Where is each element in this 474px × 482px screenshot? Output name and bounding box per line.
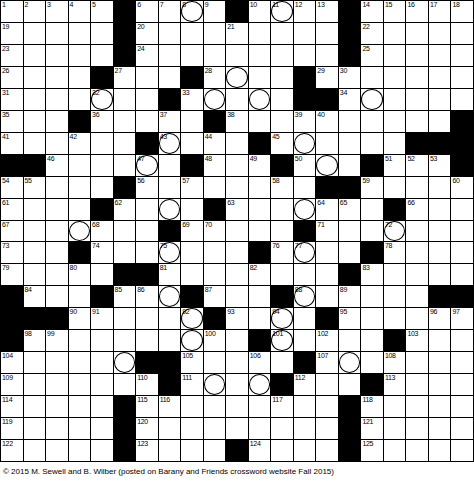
cell-r9c9[interactable]: 57 xyxy=(181,177,203,198)
cell-r6c12[interactable] xyxy=(249,111,271,132)
cell-r2c18[interactable] xyxy=(384,23,406,44)
cell-r20c20[interactable] xyxy=(429,418,451,439)
cell-r1c15[interactable]: 13 xyxy=(316,1,338,22)
cell-r10c3[interactable] xyxy=(46,199,68,220)
cell-r3c21[interactable] xyxy=(451,45,473,66)
cell-r10c11[interactable]: 63 xyxy=(226,199,248,220)
cell-r6c14[interactable]: 39 xyxy=(294,111,316,132)
cell-r9c7[interactable]: 56 xyxy=(136,177,158,198)
cell-r19c4[interactable] xyxy=(69,396,91,417)
cell-r14c12[interactable] xyxy=(249,286,271,307)
cell-r16c4[interactable] xyxy=(69,330,91,351)
cell-r4c21[interactable] xyxy=(451,67,473,88)
cell-r9c10[interactable] xyxy=(204,177,226,198)
cell-r13c11[interactable] xyxy=(226,264,248,285)
cell-r15c13[interactable]: 94 xyxy=(271,308,293,329)
cell-r6c8[interactable]: 37 xyxy=(159,111,181,132)
cell-r9c20[interactable] xyxy=(429,177,451,198)
cell-r11c19[interactable] xyxy=(406,221,428,242)
cell-r1c9[interactable]: 8 xyxy=(181,1,203,22)
cell-r11c5[interactable]: 68 xyxy=(91,221,113,242)
cell-r9c2[interactable]: 55 xyxy=(24,177,46,198)
cell-r7c14[interactable] xyxy=(294,133,316,154)
cell-r20c5[interactable] xyxy=(91,418,113,439)
cell-r19c21[interactable] xyxy=(451,396,473,417)
cell-r1c17[interactable]: 14 xyxy=(361,1,383,22)
cell-r10c7[interactable] xyxy=(136,199,158,220)
cell-r12c7[interactable] xyxy=(136,242,158,263)
cell-r5c5[interactable]: 32 xyxy=(91,89,113,110)
cell-r19c15[interactable] xyxy=(316,396,338,417)
cell-r2c2[interactable] xyxy=(24,23,46,44)
cell-r18c21[interactable] xyxy=(451,374,473,395)
cell-r7c6[interactable] xyxy=(114,133,136,154)
cell-r12c14[interactable]: 77 xyxy=(294,242,316,263)
cell-r17c4[interactable] xyxy=(69,352,91,373)
cell-r2c4[interactable] xyxy=(69,23,91,44)
cell-r16c15[interactable]: 102 xyxy=(316,330,338,351)
cell-r13c10[interactable] xyxy=(204,264,226,285)
cell-r21c2[interactable] xyxy=(24,440,46,461)
cell-r8c11[interactable] xyxy=(226,155,248,176)
cell-r20c7[interactable]: 120 xyxy=(136,418,158,439)
cell-r3c13[interactable] xyxy=(271,45,293,66)
cell-r19c20[interactable] xyxy=(429,396,451,417)
cell-r3c2[interactable] xyxy=(24,45,46,66)
cell-r6c18[interactable] xyxy=(384,111,406,132)
cell-r17c16[interactable] xyxy=(339,352,361,373)
cell-r10c16[interactable]: 65 xyxy=(339,199,361,220)
cell-r2c10[interactable] xyxy=(204,23,226,44)
cell-r21c3[interactable] xyxy=(46,440,68,461)
cell-r8c8[interactable] xyxy=(159,155,181,176)
cell-r13c14[interactable] xyxy=(294,264,316,285)
cell-r4c12[interactable] xyxy=(249,67,271,88)
cell-r12c13[interactable]: 76 xyxy=(271,242,293,263)
cell-r21c13[interactable] xyxy=(271,440,293,461)
cell-r17c3[interactable] xyxy=(46,352,68,373)
cell-r2c13[interactable] xyxy=(271,23,293,44)
cell-r6c6[interactable] xyxy=(114,111,136,132)
cell-r6c16[interactable] xyxy=(339,111,361,132)
cell-r5c21[interactable] xyxy=(451,89,473,110)
cell-r5c16[interactable]: 34 xyxy=(339,89,361,110)
cell-r16c5[interactable] xyxy=(91,330,113,351)
cell-r13c1[interactable]: 79 xyxy=(1,264,23,285)
cell-r21c17[interactable]: 125 xyxy=(361,440,383,461)
cell-r21c19[interactable] xyxy=(406,440,428,461)
cell-r14c7[interactable]: 86 xyxy=(136,286,158,307)
cell-r19c13[interactable]: 117 xyxy=(271,396,293,417)
cell-r16c13[interactable]: 101 xyxy=(271,330,293,351)
cell-r12c16[interactable] xyxy=(339,242,361,263)
cell-r10c1[interactable]: 61 xyxy=(1,199,23,220)
cell-r5c6[interactable] xyxy=(114,89,136,110)
cell-r3c12[interactable] xyxy=(249,45,271,66)
cell-r19c3[interactable] xyxy=(46,396,68,417)
cell-r4c7[interactable] xyxy=(136,67,158,88)
cell-r5c12[interactable] xyxy=(249,89,271,110)
cell-r11c7[interactable] xyxy=(136,221,158,242)
cell-r9c19[interactable] xyxy=(406,177,428,198)
cell-r17c18[interactable]: 108 xyxy=(384,352,406,373)
cell-r2c7[interactable]: 20 xyxy=(136,23,158,44)
cell-r8c6[interactable] xyxy=(114,155,136,176)
cell-r20c19[interactable] xyxy=(406,418,428,439)
cell-r12c18[interactable]: 78 xyxy=(384,242,406,263)
cell-r18c12[interactable] xyxy=(249,374,271,395)
cell-r17c21[interactable] xyxy=(451,352,473,373)
cell-r20c8[interactable] xyxy=(159,418,181,439)
cell-r15c19[interactable] xyxy=(406,308,428,329)
cell-r5c18[interactable] xyxy=(384,89,406,110)
cell-r21c7[interactable]: 123 xyxy=(136,440,158,461)
cell-r11c9[interactable]: 69 xyxy=(181,221,203,242)
cell-r20c4[interactable] xyxy=(69,418,91,439)
cell-r10c20[interactable] xyxy=(429,199,451,220)
cell-r6c3[interactable] xyxy=(46,111,68,132)
cell-r13c19[interactable] xyxy=(406,264,428,285)
cell-r7c4[interactable]: 42 xyxy=(69,133,91,154)
cell-r18c14[interactable]: 112 xyxy=(294,374,316,395)
cell-r20c9[interactable] xyxy=(181,418,203,439)
cell-r9c4[interactable] xyxy=(69,177,91,198)
cell-r18c6[interactable] xyxy=(114,374,136,395)
cell-r1c1[interactable]: 1 xyxy=(1,1,23,22)
cell-r11c12[interactable] xyxy=(249,221,271,242)
cell-r9c13[interactable]: 58 xyxy=(271,177,293,198)
cell-r12c8[interactable]: 75 xyxy=(159,242,181,263)
cell-r9c17[interactable]: 59 xyxy=(361,177,383,198)
cell-r3c5[interactable] xyxy=(91,45,113,66)
cell-r18c4[interactable] xyxy=(69,374,91,395)
cell-r16c17[interactable] xyxy=(361,330,383,351)
cell-r6c13[interactable] xyxy=(271,111,293,132)
cell-r9c12[interactable] xyxy=(249,177,271,198)
cell-r1c14[interactable]: 12 xyxy=(294,1,316,22)
cell-r20c21[interactable] xyxy=(451,418,473,439)
cell-r4c8[interactable] xyxy=(159,67,181,88)
cell-r21c8[interactable] xyxy=(159,440,181,461)
cell-r8c3[interactable]: 46 xyxy=(46,155,68,176)
cell-r21c14[interactable] xyxy=(294,440,316,461)
cell-r14c2[interactable]: 84 xyxy=(24,286,46,307)
cell-r2c12[interactable] xyxy=(249,23,271,44)
cell-r6c19[interactable] xyxy=(406,111,428,132)
cell-r3c15[interactable] xyxy=(316,45,338,66)
cell-r2c3[interactable] xyxy=(46,23,68,44)
cell-r14c15[interactable] xyxy=(316,286,338,307)
cell-r1c20[interactable]: 17 xyxy=(429,1,451,22)
cell-r20c11[interactable] xyxy=(226,418,248,439)
cell-r7c10[interactable]: 44 xyxy=(204,133,226,154)
cell-r8c10[interactable]: 48 xyxy=(204,155,226,176)
cell-r13c5[interactable] xyxy=(91,264,113,285)
cell-r17c20[interactable] xyxy=(429,352,451,373)
cell-r13c20[interactable] xyxy=(429,264,451,285)
cell-r21c12[interactable]: 124 xyxy=(249,440,271,461)
cell-r11c21[interactable] xyxy=(451,221,473,242)
cell-r8c12[interactable]: 49 xyxy=(249,155,271,176)
cell-r21c15[interactable] xyxy=(316,440,338,461)
cell-r4c18[interactable] xyxy=(384,67,406,88)
cell-r2c21[interactable] xyxy=(451,23,473,44)
cell-r18c3[interactable] xyxy=(46,374,68,395)
cell-r14c19[interactable] xyxy=(406,286,428,307)
cell-r19c7[interactable]: 115 xyxy=(136,396,158,417)
cell-r14c3[interactable] xyxy=(46,286,68,307)
cell-r5c4[interactable] xyxy=(69,89,91,110)
cell-r4c11[interactable] xyxy=(226,67,248,88)
cell-r6c11[interactable]: 38 xyxy=(226,111,248,132)
cell-r15c4[interactable]: 90 xyxy=(69,308,91,329)
cell-r10c15[interactable]: 64 xyxy=(316,199,338,220)
cell-r12c19[interactable] xyxy=(406,242,428,263)
cell-r16c20[interactable] xyxy=(429,330,451,351)
cell-r2c17[interactable]: 22 xyxy=(361,23,383,44)
cell-r2c8[interactable] xyxy=(159,23,181,44)
cell-r6c15[interactable]: 40 xyxy=(316,111,338,132)
cell-r17c19[interactable] xyxy=(406,352,428,373)
cell-r9c8[interactable] xyxy=(159,177,181,198)
cell-r14c8[interactable] xyxy=(159,286,181,307)
cell-r16c3[interactable]: 99 xyxy=(46,330,68,351)
cell-r13c18[interactable] xyxy=(384,264,406,285)
cell-r12c5[interactable]: 74 xyxy=(91,242,113,263)
cell-r4c13[interactable] xyxy=(271,67,293,88)
cell-r13c3[interactable] xyxy=(46,264,68,285)
cell-r4c4[interactable] xyxy=(69,67,91,88)
cell-r18c5[interactable] xyxy=(91,374,113,395)
cell-r18c7[interactable]: 110 xyxy=(136,374,158,395)
cell-r10c12[interactable] xyxy=(249,199,271,220)
cell-r10c17[interactable] xyxy=(361,199,383,220)
cell-r11c17[interactable] xyxy=(361,221,383,242)
cell-r20c2[interactable] xyxy=(24,418,46,439)
cell-r3c18[interactable] xyxy=(384,45,406,66)
cell-r20c13[interactable] xyxy=(271,418,293,439)
cell-r12c20[interactable] xyxy=(429,242,451,263)
cell-r17c15[interactable]: 107 xyxy=(316,352,338,373)
cell-r21c1[interactable]: 122 xyxy=(1,440,23,461)
cell-r7c1[interactable]: 41 xyxy=(1,133,23,154)
cell-r7c18[interactable] xyxy=(384,133,406,154)
cell-r5c3[interactable] xyxy=(46,89,68,110)
cell-r10c13[interactable] xyxy=(271,199,293,220)
cell-r9c1[interactable]: 54 xyxy=(1,177,23,198)
cell-r15c21[interactable]: 97 xyxy=(451,308,473,329)
cell-r20c3[interactable] xyxy=(46,418,68,439)
cell-r1c7[interactable]: 6 xyxy=(136,1,158,22)
cell-r15c9[interactable]: 92 xyxy=(181,308,203,329)
cell-r8c14[interactable]: 50 xyxy=(294,155,316,176)
cell-r13c12[interactable]: 82 xyxy=(249,264,271,285)
cell-r2c14[interactable] xyxy=(294,23,316,44)
cell-r11c15[interactable]: 71 xyxy=(316,221,338,242)
cell-r11c11[interactable] xyxy=(226,221,248,242)
cell-r3c20[interactable] xyxy=(429,45,451,66)
cell-r11c2[interactable] xyxy=(24,221,46,242)
cell-r16c14[interactable] xyxy=(294,330,316,351)
cell-r19c19[interactable] xyxy=(406,396,428,417)
cell-r1c4[interactable]: 4 xyxy=(69,1,91,22)
cell-r17c5[interactable] xyxy=(91,352,113,373)
cell-r11c1[interactable]: 67 xyxy=(1,221,23,242)
cell-r17c11[interactable] xyxy=(226,352,248,373)
cell-r9c5[interactable] xyxy=(91,177,113,198)
cell-r4c15[interactable]: 29 xyxy=(316,67,338,88)
cell-r19c5[interactable] xyxy=(91,396,113,417)
cell-r4c19[interactable] xyxy=(406,67,428,88)
cell-r17c12[interactable]: 106 xyxy=(249,352,271,373)
cell-r16c2[interactable]: 98 xyxy=(24,330,46,351)
cell-r9c18[interactable] xyxy=(384,177,406,198)
cell-r7c15[interactable] xyxy=(316,133,338,154)
cell-r3c19[interactable] xyxy=(406,45,428,66)
cell-r14c14[interactable]: 88 xyxy=(294,286,316,307)
cell-r9c11[interactable] xyxy=(226,177,248,198)
cell-r7c9[interactable] xyxy=(181,133,203,154)
cell-r2c15[interactable] xyxy=(316,23,338,44)
cell-r18c20[interactable] xyxy=(429,374,451,395)
cell-r2c19[interactable] xyxy=(406,23,428,44)
cell-r11c20[interactable] xyxy=(429,221,451,242)
cell-r21c20[interactable] xyxy=(429,440,451,461)
cell-r2c5[interactable] xyxy=(91,23,113,44)
cell-r3c7[interactable]: 24 xyxy=(136,45,158,66)
cell-r14c18[interactable] xyxy=(384,286,406,307)
cell-r13c17[interactable]: 83 xyxy=(361,264,383,285)
cell-r12c2[interactable] xyxy=(24,242,46,263)
cell-r18c9[interactable]: 111 xyxy=(181,374,203,395)
cell-r20c10[interactable] xyxy=(204,418,226,439)
cell-r1c19[interactable]: 16 xyxy=(406,1,428,22)
cell-r16c6[interactable] xyxy=(114,330,136,351)
cell-r13c4[interactable]: 80 xyxy=(69,264,91,285)
cell-r7c3[interactable] xyxy=(46,133,68,154)
cell-r20c15[interactable] xyxy=(316,418,338,439)
cell-r8c5[interactable] xyxy=(91,155,113,176)
cell-r9c3[interactable] xyxy=(46,177,68,198)
cell-r5c7[interactable] xyxy=(136,89,158,110)
cell-r3c4[interactable] xyxy=(69,45,91,66)
cell-r7c11[interactable] xyxy=(226,133,248,154)
cell-r4c2[interactable] xyxy=(24,67,46,88)
cell-r15c8[interactable] xyxy=(159,308,181,329)
cell-r18c11[interactable] xyxy=(226,374,248,395)
cell-r19c12[interactable] xyxy=(249,396,271,417)
cell-r16c10[interactable]: 100 xyxy=(204,330,226,351)
cell-r1c3[interactable]: 3 xyxy=(46,1,68,22)
cell-r16c8[interactable] xyxy=(159,330,181,351)
cell-r5c10[interactable] xyxy=(204,89,226,110)
cell-r21c18[interactable] xyxy=(384,440,406,461)
cell-r10c21[interactable] xyxy=(451,199,473,220)
cell-r17c13[interactable] xyxy=(271,352,293,373)
cell-r5c20[interactable] xyxy=(429,89,451,110)
cell-r15c5[interactable]: 91 xyxy=(91,308,113,329)
cell-r6c1[interactable]: 35 xyxy=(1,111,23,132)
cell-r4c3[interactable] xyxy=(46,67,68,88)
cell-r15c20[interactable]: 96 xyxy=(429,308,451,329)
cell-r12c6[interactable] xyxy=(114,242,136,263)
cell-r16c21[interactable] xyxy=(451,330,473,351)
cell-r17c10[interactable] xyxy=(204,352,226,373)
cell-r4c1[interactable]: 26 xyxy=(1,67,23,88)
cell-r7c13[interactable]: 45 xyxy=(271,133,293,154)
cell-r3c8[interactable] xyxy=(159,45,181,66)
cell-r2c1[interactable]: 19 xyxy=(1,23,23,44)
cell-r1c2[interactable]: 2 xyxy=(24,1,46,22)
cell-r9c21[interactable]: 60 xyxy=(451,177,473,198)
cell-r18c15[interactable] xyxy=(316,374,338,395)
cell-r20c1[interactable]: 119 xyxy=(1,418,23,439)
cell-r12c11[interactable] xyxy=(226,242,248,263)
cell-r16c11[interactable] xyxy=(226,330,248,351)
cell-r13c21[interactable] xyxy=(451,264,473,285)
cell-r18c2[interactable] xyxy=(24,374,46,395)
cell-r8c4[interactable] xyxy=(69,155,91,176)
cell-r11c4[interactable] xyxy=(69,221,91,242)
cell-r1c13[interactable]: 11 xyxy=(271,1,293,22)
cell-r8c20[interactable]: 53 xyxy=(429,155,451,176)
cell-r4c16[interactable]: 30 xyxy=(339,67,361,88)
cell-r16c19[interactable]: 103 xyxy=(406,330,428,351)
cell-r20c18[interactable] xyxy=(384,418,406,439)
cell-r3c11[interactable] xyxy=(226,45,248,66)
cell-r15c12[interactable] xyxy=(249,308,271,329)
cell-r6c17[interactable] xyxy=(361,111,383,132)
cell-r3c1[interactable]: 23 xyxy=(1,45,23,66)
cell-r5c13[interactable] xyxy=(271,89,293,110)
cell-r19c17[interactable]: 118 xyxy=(361,396,383,417)
cell-r12c10[interactable] xyxy=(204,242,226,263)
cell-r6c5[interactable]: 36 xyxy=(91,111,113,132)
cell-r17c2[interactable] xyxy=(24,352,46,373)
cell-r11c13[interactable] xyxy=(271,221,293,242)
cell-r6c20[interactable] xyxy=(429,111,451,132)
cell-r1c21[interactable]: 18 xyxy=(451,1,473,22)
cell-r17c17[interactable] xyxy=(361,352,383,373)
cell-r7c17[interactable] xyxy=(361,133,383,154)
cell-r14c4[interactable] xyxy=(69,286,91,307)
cell-r13c2[interactable] xyxy=(24,264,46,285)
cell-r19c1[interactable]: 114 xyxy=(1,396,23,417)
cell-r11c6[interactable] xyxy=(114,221,136,242)
cell-r19c11[interactable] xyxy=(226,396,248,417)
cell-r4c20[interactable] xyxy=(429,67,451,88)
cell-r17c9[interactable]: 105 xyxy=(181,352,203,373)
cell-r5c11[interactable] xyxy=(226,89,248,110)
cell-r14c10[interactable]: 87 xyxy=(204,286,226,307)
cell-r17c1[interactable]: 104 xyxy=(1,352,23,373)
cell-r21c10[interactable] xyxy=(204,440,226,461)
cell-r13c9[interactable] xyxy=(181,264,203,285)
cell-r15c16[interactable]: 95 xyxy=(339,308,361,329)
cell-r1c12[interactable]: 10 xyxy=(249,1,271,22)
cell-r3c3[interactable] xyxy=(46,45,68,66)
cell-r13c15[interactable] xyxy=(316,264,338,285)
cell-r18c16[interactable] xyxy=(339,374,361,395)
cell-r14c16[interactable]: 89 xyxy=(339,286,361,307)
cell-r6c7[interactable] xyxy=(136,111,158,132)
cell-r19c18[interactable] xyxy=(384,396,406,417)
cell-r6c2[interactable] xyxy=(24,111,46,132)
cell-r8c19[interactable]: 52 xyxy=(406,155,428,176)
cell-r16c7[interactable] xyxy=(136,330,158,351)
cell-r19c2[interactable] xyxy=(24,396,46,417)
cell-r10c4[interactable] xyxy=(69,199,91,220)
